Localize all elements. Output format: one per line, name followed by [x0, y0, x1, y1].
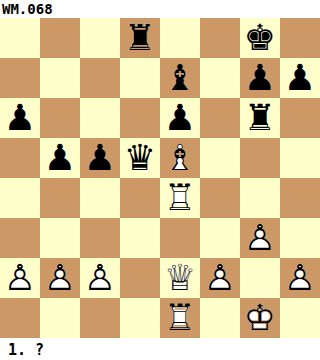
square-b3[interactable]	[40, 218, 80, 258]
square-c4[interactable]	[80, 178, 120, 218]
piece-white-queen: ♕	[160, 258, 200, 298]
piece-black-rook: ♜	[240, 98, 280, 138]
square-g7[interactable]: ♟	[240, 58, 280, 98]
square-g4[interactable]	[240, 178, 280, 218]
square-a5[interactable]	[0, 138, 40, 178]
piece-white-pawn: ♙	[280, 258, 320, 298]
square-f2[interactable]: ♙	[200, 258, 240, 298]
square-b4[interactable]	[40, 178, 80, 218]
piece-black-queen: ♛	[120, 138, 160, 178]
piece-black-pawn: ♟	[160, 98, 200, 138]
square-d6[interactable]	[120, 98, 160, 138]
square-g3[interactable]: ♙	[240, 218, 280, 258]
piece-black-bishop: ♝	[160, 58, 200, 98]
square-e3[interactable]	[160, 218, 200, 258]
square-f1[interactable]	[200, 298, 240, 338]
square-e1[interactable]: ♖	[160, 298, 200, 338]
square-f4[interactable]	[200, 178, 240, 218]
square-f3[interactable]	[200, 218, 240, 258]
square-c1[interactable]	[80, 298, 120, 338]
square-c6[interactable]	[80, 98, 120, 138]
square-d8[interactable]: ♜	[120, 18, 160, 58]
piece-black-pawn: ♟	[280, 58, 320, 98]
square-g1[interactable]: ♔	[240, 298, 280, 338]
piece-black-rook: ♜	[120, 18, 160, 58]
square-b8[interactable]	[40, 18, 80, 58]
square-h5[interactable]	[280, 138, 320, 178]
square-h2[interactable]: ♙	[280, 258, 320, 298]
square-e6[interactable]: ♟	[160, 98, 200, 138]
square-e8[interactable]	[160, 18, 200, 58]
square-e2[interactable]: ♕	[160, 258, 200, 298]
move-prompt: 1. ?	[0, 338, 320, 360]
piece-black-pawn: ♟	[240, 58, 280, 98]
square-b5[interactable]: ♟	[40, 138, 80, 178]
piece-white-rook: ♖	[160, 298, 200, 338]
square-f5[interactable]	[200, 138, 240, 178]
square-h1[interactable]	[280, 298, 320, 338]
square-h8[interactable]	[280, 18, 320, 58]
square-h3[interactable]	[280, 218, 320, 258]
square-a7[interactable]	[0, 58, 40, 98]
square-b7[interactable]	[40, 58, 80, 98]
piece-white-pawn: ♙	[80, 258, 120, 298]
piece-black-pawn: ♟	[80, 138, 120, 178]
piece-white-pawn: ♙	[200, 258, 240, 298]
piece-white-pawn: ♙	[40, 258, 80, 298]
square-d7[interactable]	[120, 58, 160, 98]
square-b2[interactable]: ♙	[40, 258, 80, 298]
square-e4[interactable]: ♖	[160, 178, 200, 218]
square-a3[interactable]	[0, 218, 40, 258]
square-g5[interactable]	[240, 138, 280, 178]
square-d4[interactable]	[120, 178, 160, 218]
square-b6[interactable]	[40, 98, 80, 138]
square-h7[interactable]: ♟	[280, 58, 320, 98]
square-e7[interactable]: ♝	[160, 58, 200, 98]
square-e5[interactable]: ♗	[160, 138, 200, 178]
piece-white-bishop: ♗	[160, 138, 200, 178]
square-a4[interactable]	[0, 178, 40, 218]
square-b1[interactable]	[40, 298, 80, 338]
square-a8[interactable]	[0, 18, 40, 58]
square-d3[interactable]	[120, 218, 160, 258]
square-c5[interactable]: ♟	[80, 138, 120, 178]
square-a6[interactable]: ♟	[0, 98, 40, 138]
square-g2[interactable]	[240, 258, 280, 298]
square-c2[interactable]: ♙	[80, 258, 120, 298]
square-f6[interactable]	[200, 98, 240, 138]
square-g6[interactable]: ♜	[240, 98, 280, 138]
piece-black-king: ♚	[240, 18, 280, 58]
piece-white-king: ♔	[240, 298, 280, 338]
square-d1[interactable]	[120, 298, 160, 338]
square-d5[interactable]: ♛	[120, 138, 160, 178]
square-f7[interactable]	[200, 58, 240, 98]
square-h6[interactable]	[280, 98, 320, 138]
square-a1[interactable]	[0, 298, 40, 338]
square-c3[interactable]	[80, 218, 120, 258]
square-c7[interactable]	[80, 58, 120, 98]
square-d2[interactable]	[120, 258, 160, 298]
piece-white-rook: ♖	[160, 178, 200, 218]
piece-white-pawn: ♙	[240, 218, 280, 258]
square-a2[interactable]: ♙	[0, 258, 40, 298]
piece-white-pawn: ♙	[0, 258, 40, 298]
puzzle-id: WM.068	[0, 0, 320, 18]
square-h4[interactable]	[280, 178, 320, 218]
chess-board: ♜♚♝♟♟♟♟♜♟♟♛♗♖♙♙♙♙♕♙♙♖♔	[0, 18, 320, 338]
square-g8[interactable]: ♚	[240, 18, 280, 58]
square-c8[interactable]	[80, 18, 120, 58]
piece-black-pawn: ♟	[0, 98, 40, 138]
piece-black-pawn: ♟	[40, 138, 80, 178]
square-f8[interactable]	[200, 18, 240, 58]
